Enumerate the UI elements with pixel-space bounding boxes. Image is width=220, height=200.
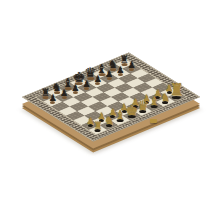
chess-set-product-photo: ♜♞♝♛♚♝♞♜♟♟♟♟♟♟♟♟♟♟♟♟♟♟♟♟♜♞♝♛♚♝♞♜ bbox=[0, 0, 220, 200]
box-hinge bbox=[150, 119, 157, 123]
chess-board bbox=[22, 52, 200, 141]
